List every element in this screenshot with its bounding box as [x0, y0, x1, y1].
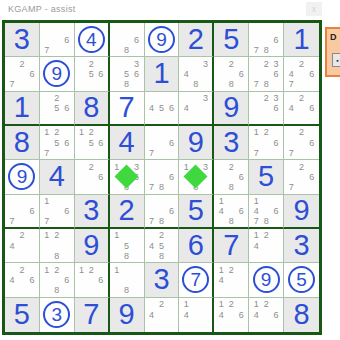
candidate-grid: 24 — [7, 230, 37, 261]
given-digit: 3 — [214, 126, 248, 159]
cell-r6c7[interactable]: 1468 — [214, 195, 249, 229]
candidate-4: 4 — [216, 206, 226, 216]
given-digit: 8 — [284, 298, 319, 332]
given-digit: 3 — [75, 195, 108, 227]
candidate-grid: 267 — [7, 58, 37, 89]
candidate-8: 8 — [261, 216, 271, 226]
candidate-6: 6 — [271, 34, 281, 44]
assist-digit: 4 — [75, 23, 108, 56]
given-digit: 7 — [75, 298, 108, 332]
candidate-3: 3 — [201, 58, 211, 68]
candidate-6: 6 — [166, 103, 176, 113]
cell-r4c1[interactable]: 8 — [5, 126, 40, 160]
candidate-8: 8 — [191, 79, 201, 89]
given-digit: 5 — [5, 298, 39, 332]
candidate-1: 1 — [251, 127, 261, 137]
candidate-grid: 14 — [181, 299, 210, 331]
cell-r4c8[interactable]: 1267 — [249, 126, 284, 160]
cell-r7c5[interactable]: 2458 — [145, 229, 180, 263]
given-digit: 3 — [5, 23, 39, 56]
given-digit: 9 — [110, 298, 144, 332]
candidate-2: 2 — [52, 93, 62, 103]
panel-label: D — [330, 32, 337, 42]
candidate-7: 7 — [251, 216, 261, 226]
given-digit: 9 — [75, 229, 108, 262]
candidate-6: 6 — [96, 172, 106, 182]
candidate-1: 1 — [216, 264, 226, 274]
candidate-6: 6 — [307, 137, 317, 147]
candidate-grid: 2467 — [286, 58, 317, 89]
candidate-grid: 678 — [147, 161, 177, 192]
candidate-2: 2 — [17, 58, 27, 68]
cell-r7c9[interactable]: 3 — [284, 229, 319, 263]
cell-r5c7[interactable]: 268 — [214, 160, 249, 194]
assist-digit: 9 — [5, 160, 39, 193]
candidate-2: 2 — [17, 230, 27, 240]
candidate-2: 2 — [86, 58, 96, 68]
candidate-1: 1 — [216, 196, 226, 206]
candidate-7: 7 — [147, 148, 157, 158]
close-icon: x — [312, 4, 317, 14]
candidate-4: 4 — [251, 206, 261, 216]
candidate-6: 6 — [166, 206, 176, 216]
candidate-8: 8 — [261, 79, 271, 89]
given-digit: 6 — [179, 229, 212, 262]
cell-r1c7[interactable]: 5 — [214, 23, 249, 57]
candidate-2: 2 — [52, 230, 62, 240]
given-digit: 8 — [75, 92, 108, 124]
candidate-4: 4 — [251, 309, 261, 320]
candidate-2: 2 — [261, 93, 271, 103]
cell-r6c8[interactable]: 14678 — [249, 195, 284, 229]
candidate-7: 7 — [251, 45, 261, 55]
candidate-6: 6 — [27, 69, 37, 79]
candidate-grid: 267 — [286, 161, 317, 192]
given-digit: 4 — [110, 126, 144, 159]
candidate-7: 7 — [251, 79, 261, 89]
cell-r1c9[interactable]: 1 — [284, 23, 319, 57]
candidate-grid: 236 — [251, 93, 281, 123]
candidate-5: 5 — [122, 240, 132, 250]
cell-r6c5[interactable]: 678 — [145, 195, 180, 229]
given-digit: 3 — [145, 263, 179, 296]
candidate-5: 5 — [157, 103, 167, 113]
cell-r5c8[interactable]: 5 — [249, 160, 284, 194]
candidate-1: 1 — [77, 127, 87, 137]
solved-digit: 7 — [110, 92, 144, 124]
candidate-4: 4 — [216, 275, 226, 285]
candidate-4: 4 — [181, 309, 191, 320]
candidate-4: 4 — [286, 103, 296, 113]
cell-r4c9[interactable]: 267 — [284, 126, 319, 160]
candidate-4: 4 — [147, 309, 157, 320]
candidate-5: 5 — [122, 69, 132, 79]
cell-r2c1[interactable]: 267 — [5, 57, 40, 91]
candidate-grid: 67 — [7, 196, 37, 226]
candidate-6: 6 — [62, 103, 72, 113]
candidate-grid: 3568 — [112, 58, 142, 89]
candidate-1: 1 — [216, 299, 226, 310]
cell-r9c8[interactable]: 1246 — [249, 298, 284, 332]
candidate-2: 2 — [52, 127, 62, 137]
cell-r6c3[interactable]: 3 — [75, 195, 110, 229]
cell-r7c1[interactable]: 24 — [5, 229, 40, 263]
candidate-6: 6 — [96, 137, 106, 147]
candidate-grid: 158 — [112, 230, 142, 261]
candidate-1: 1 — [251, 230, 261, 240]
candidate-grid: 23678 — [251, 58, 281, 89]
candidate-4: 4 — [147, 103, 157, 113]
cell-r9c3[interactable]: 7 — [75, 298, 110, 332]
panel-button-icon: ▪ — [336, 57, 338, 64]
cell-r5c1[interactable]: 9 — [5, 160, 40, 194]
candidate-1: 1 — [251, 196, 261, 206]
candidate-grid: 268 — [216, 161, 246, 192]
cell-r6c1[interactable]: 67 — [5, 195, 40, 229]
candidate-grid: 256 — [42, 93, 72, 123]
candidate-7: 7 — [42, 45, 52, 55]
candidate-6: 6 — [62, 34, 72, 44]
candidate-grid: 1267 — [251, 127, 281, 158]
close-button[interactable]: x — [306, 2, 322, 16]
candidate-5: 5 — [52, 103, 62, 113]
candidate-6: 6 — [27, 206, 37, 216]
candidate-8: 8 — [226, 216, 236, 226]
candidate-grid: 26 — [77, 161, 106, 192]
given-digit: 2 — [110, 195, 144, 227]
candidate-2: 2 — [52, 264, 62, 274]
candidate-6: 6 — [132, 34, 142, 44]
candidate-4: 4 — [147, 240, 157, 250]
cell-r2c4[interactable]: 3568 — [110, 57, 145, 91]
candidate-6: 6 — [96, 275, 106, 285]
candidate-6: 6 — [132, 69, 142, 79]
cell-r4c2[interactable]: 12567 — [40, 126, 75, 160]
assist-digit: 9 — [40, 57, 74, 90]
cell-r4c7[interactable]: 3 — [214, 126, 249, 160]
candidate-5: 5 — [86, 137, 96, 147]
assist-digit: 5 — [284, 263, 319, 296]
candidate-3: 3 — [271, 93, 281, 103]
candidate-7: 7 — [251, 148, 261, 158]
cell-r8c7[interactable]: 124 — [214, 263, 249, 297]
cell-r1c6[interactable]: 2 — [179, 23, 214, 57]
window-title: KGAMP - assist — [8, 4, 76, 14]
candidate-4: 4 — [181, 69, 191, 79]
candidate-grid: 246 — [286, 93, 317, 123]
assist-panel: D ▪ — [325, 27, 340, 77]
candidate-6: 6 — [62, 137, 72, 147]
assist-digit: 7 — [179, 263, 212, 296]
candidate-2: 2 — [261, 58, 271, 68]
cell-r5c9[interactable]: 267 — [284, 160, 319, 194]
candidate-7: 7 — [147, 182, 157, 192]
cell-r5c4[interactable]: 1368 — [110, 160, 145, 194]
candidate-1: 1 — [112, 230, 122, 240]
cell-r9c2[interactable]: 3 — [40, 298, 75, 332]
candidate-2: 2 — [226, 161, 236, 171]
candidate-grid: 1246 — [251, 299, 281, 331]
candidate-7: 7 — [42, 148, 52, 158]
cell-r3c5[interactable]: 456 — [145, 92, 180, 126]
candidate-grid: 124 — [251, 230, 281, 261]
cell-r7c4[interactable]: 158 — [110, 229, 145, 263]
cell-r3c1[interactable]: 1 — [5, 92, 40, 126]
candidate-4: 4 — [7, 240, 17, 250]
given-digit: 7 — [214, 229, 248, 262]
candidate-6: 6 — [236, 172, 246, 182]
candidate-5: 5 — [52, 137, 62, 147]
cell-r4c4[interactable]: 4 — [110, 126, 145, 160]
candidate-3: 3 — [201, 93, 211, 103]
candidate-8: 8 — [226, 182, 236, 192]
cell-r1c2[interactable]: 67 — [40, 23, 75, 57]
candidate-1: 1 — [42, 230, 52, 240]
cell-r7c2[interactable]: 128 — [40, 229, 75, 263]
candidate-4: 4 — [7, 275, 17, 285]
candidate-4: 4 — [251, 240, 261, 250]
candidate-6: 6 — [271, 206, 281, 216]
given-digit: 5 — [179, 195, 212, 227]
candidate-6: 6 — [271, 69, 281, 79]
cell-r1c1[interactable]: 3 — [5, 23, 40, 57]
cell-r3c4[interactable]: 7 — [110, 92, 145, 126]
candidate-6: 6 — [271, 137, 281, 147]
cell-r8c1[interactable]: 246 — [5, 263, 40, 297]
candidate-grid: 456 — [147, 93, 177, 123]
given-digit: 1 — [145, 57, 179, 90]
candidate-8: 8 — [122, 79, 132, 89]
candidate-2: 2 — [17, 264, 27, 274]
given-digit: 9 — [214, 92, 248, 124]
candidate-2: 2 — [86, 161, 96, 171]
candidate-grid: 268 — [216, 58, 246, 89]
candidate-6: 6 — [236, 69, 246, 79]
cell-r2c7[interactable]: 268 — [214, 57, 249, 91]
sudoku-board: 3674689256781267925635681348268236782467… — [2, 20, 322, 335]
candidate-2: 2 — [226, 264, 236, 274]
cell-r5c2[interactable]: 4 — [40, 160, 75, 194]
cell-r2c9[interactable]: 2467 — [284, 57, 319, 91]
cell-r5c6[interactable]: 138 — [179, 160, 214, 194]
cell-r8c3[interactable]: 126 — [75, 263, 110, 297]
candidate-8: 8 — [157, 251, 167, 261]
candidate-7: 7 — [286, 182, 296, 192]
candidate-grid: 256 — [77, 58, 106, 89]
candidate-5: 5 — [157, 240, 167, 250]
candidate-grid: 1268 — [42, 264, 72, 295]
candidate-grid: 167 — [42, 196, 72, 226]
cell-r3c7[interactable]: 9 — [214, 92, 249, 126]
candidate-7: 7 — [7, 216, 17, 226]
cell-r5c5[interactable]: 678 — [145, 160, 180, 194]
candidate-grid: 18 — [112, 264, 142, 295]
candidate-grid: 34 — [181, 93, 210, 123]
assist-digit: 9 — [249, 263, 283, 296]
candidate-2: 2 — [261, 127, 271, 137]
candidate-4: 4 — [181, 103, 191, 113]
candidate-1: 1 — [77, 264, 87, 274]
candidate-8: 8 — [52, 285, 62, 295]
candidate-1: 1 — [42, 264, 52, 274]
candidate-7: 7 — [7, 79, 17, 89]
cell-r9c5[interactable]: 24 — [145, 298, 180, 332]
candidate-6: 6 — [236, 309, 246, 320]
cell-r2c3[interactable]: 256 — [75, 57, 110, 91]
candidate-6: 6 — [236, 206, 246, 216]
cell-r9c6[interactable]: 14 — [179, 298, 214, 332]
cell-r8c2[interactable]: 1268 — [40, 263, 75, 297]
cell-r6c9[interactable]: 9 — [284, 195, 319, 229]
candidate-grid: 2458 — [147, 230, 177, 261]
candidate-7: 7 — [42, 216, 52, 226]
candidate-2: 2 — [296, 161, 306, 171]
cell-r9c9[interactable]: 8 — [284, 298, 319, 332]
cell-r6c4[interactable]: 2 — [110, 195, 145, 229]
given-digit: 8 — [5, 126, 39, 159]
cell-r7c7[interactable]: 7 — [214, 229, 249, 263]
candidate-grid: 24 — [147, 299, 177, 331]
candidate-6: 6 — [62, 275, 72, 285]
candidate-8: 8 — [122, 251, 132, 261]
candidate-8: 8 — [52, 251, 62, 261]
candidate-8: 8 — [157, 182, 167, 192]
candidate-grid: 246 — [7, 264, 37, 295]
candidate-grid: 67 — [42, 24, 72, 55]
assist-digit: 9 — [145, 23, 179, 56]
candidate-2: 2 — [296, 127, 306, 137]
candidate-6: 6 — [62, 206, 72, 216]
cell-r8c4[interactable]: 18 — [110, 263, 145, 297]
given-digit: 5 — [214, 23, 248, 56]
candidate-1: 1 — [181, 299, 191, 310]
cell-r2c6[interactable]: 348 — [179, 57, 214, 91]
candidate-grid: 1256 — [77, 127, 106, 158]
cell-r8c6[interactable]: 7 — [179, 263, 214, 297]
cell-r1c5[interactable]: 9 — [145, 23, 180, 57]
candidate-grid: 67 — [147, 127, 177, 158]
candidate-2: 2 — [226, 299, 236, 310]
cell-r8c9[interactable]: 5 — [284, 263, 319, 297]
candidate-grid: 678 — [251, 24, 281, 55]
candidate-1: 1 — [42, 196, 52, 206]
candidate-grid: 126 — [77, 264, 106, 295]
candidate-grid: 1468 — [216, 196, 246, 226]
given-digit: 9 — [179, 126, 212, 159]
panel-button[interactable]: ▪ — [332, 53, 340, 67]
candidate-5: 5 — [86, 69, 96, 79]
candidate-grid: 267 — [286, 127, 317, 158]
cell-r3c8[interactable]: 236 — [249, 92, 284, 126]
cell-r3c2[interactable]: 256 — [40, 92, 75, 126]
candidate-1: 1 — [42, 127, 52, 137]
cell-r1c3[interactable]: 4 — [75, 23, 110, 57]
candidate-6: 6 — [271, 309, 281, 320]
candidate-grid: 68 — [112, 24, 142, 55]
candidate-grid: 12567 — [42, 127, 72, 158]
cell-r2c5[interactable]: 1 — [145, 57, 180, 91]
candidate-6: 6 — [27, 275, 37, 285]
candidate-7: 7 — [286, 148, 296, 158]
candidate-3: 3 — [132, 58, 142, 68]
cell-r7c3[interactable]: 9 — [75, 229, 110, 263]
candidate-2: 2 — [157, 299, 167, 310]
candidate-8: 8 — [122, 45, 132, 55]
candidate-2: 2 — [157, 230, 167, 240]
candidate-3: 3 — [271, 58, 281, 68]
given-digit: 5 — [249, 160, 283, 193]
candidate-6: 6 — [166, 137, 176, 147]
cell-r3c6[interactable]: 34 — [179, 92, 214, 126]
given-digit: 2 — [179, 23, 212, 56]
candidate-1: 1 — [112, 264, 122, 274]
candidate-8: 8 — [122, 285, 132, 295]
candidate-grid: 14678 — [251, 196, 281, 226]
cell-r6c2[interactable]: 167 — [40, 195, 75, 229]
candidate-2: 2 — [296, 93, 306, 103]
cell-r8c5[interactable]: 3 — [145, 263, 180, 297]
cell-r1c4[interactable]: 68 — [110, 23, 145, 57]
given-digit: 1 — [5, 92, 39, 124]
cell-r7c8[interactable]: 124 — [249, 229, 284, 263]
cell-r4c5[interactable]: 67 — [145, 126, 180, 160]
cell-r1c8[interactable]: 678 — [249, 23, 284, 57]
candidate-8: 8 — [226, 79, 236, 89]
given-digit: 1 — [284, 23, 319, 56]
candidate-grid: 128 — [42, 230, 72, 261]
candidate-2: 2 — [261, 299, 271, 310]
candidate-8: 8 — [261, 45, 271, 55]
cell-r9c7[interactable]: 1246 — [214, 298, 249, 332]
candidate-7: 7 — [147, 216, 157, 226]
given-digit: 4 — [40, 160, 74, 193]
candidate-2: 2 — [86, 127, 96, 137]
candidate-2: 2 — [226, 58, 236, 68]
cell-r3c9[interactable]: 246 — [284, 92, 319, 126]
candidate-4: 4 — [286, 69, 296, 79]
candidate-grid: 124 — [216, 264, 246, 295]
cell-r3c3[interactable]: 8 — [75, 92, 110, 126]
candidate-grid: 348 — [181, 58, 210, 89]
given-digit: 3 — [284, 229, 319, 262]
cell-r2c2[interactable]: 9 — [40, 57, 75, 91]
candidate-6: 6 — [166, 172, 176, 182]
cell-r7c6[interactable]: 6 — [179, 229, 214, 263]
candidate-8: 8 — [157, 216, 167, 226]
cell-r6c6[interactable]: 5 — [179, 195, 214, 229]
given-digit: 9 — [284, 195, 319, 227]
cell-r5c3[interactable]: 26 — [75, 160, 110, 194]
candidate-6: 6 — [96, 69, 106, 79]
cell-r8c8[interactable]: 9 — [249, 263, 284, 297]
cell-r4c3[interactable]: 1256 — [75, 126, 110, 160]
candidate-7: 7 — [286, 79, 296, 89]
cell-r2c8[interactable]: 23678 — [249, 57, 284, 91]
candidate-1: 1 — [251, 299, 261, 310]
cell-r4c6[interactable]: 9 — [179, 126, 214, 160]
cell-r9c1[interactable]: 5 — [5, 298, 40, 332]
candidate-grid: 678 — [147, 196, 177, 226]
candidate-4: 4 — [216, 309, 226, 320]
candidate-6: 6 — [307, 172, 317, 182]
cell-r9c4[interactable]: 9 — [110, 298, 145, 332]
candidate-6: 6 — [307, 103, 317, 113]
assist-digit: 3 — [40, 298, 74, 332]
candidate-2: 2 — [261, 230, 271, 240]
candidate-6: 6 — [307, 69, 317, 79]
candidate-grid: 1246 — [216, 299, 246, 331]
candidate-6: 6 — [271, 103, 281, 113]
